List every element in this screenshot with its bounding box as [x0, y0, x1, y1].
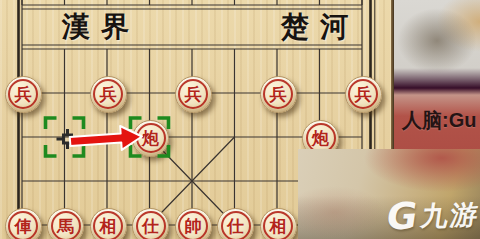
- 9game-watermark: G 九游: [384, 195, 480, 235]
- player-label: 人脑:Gu: [402, 107, 480, 134]
- 9game-logo-icon: G: [384, 198, 420, 236]
- blurred-overlay: G 九游: [298, 149, 480, 239]
- game-screenshot: 漢界 楚河 兵兵兵兵兵炮炮俥馬相仕帥仕相馬俥 人脑:Gu G 九游: [0, 0, 480, 239]
- 9game-logo-text: 九游: [419, 199, 480, 231]
